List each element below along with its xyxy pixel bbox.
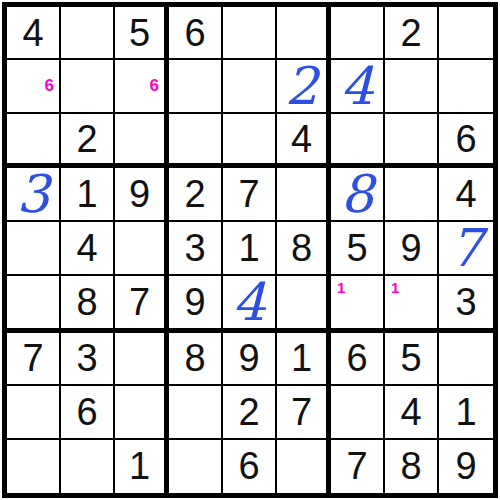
cell-r5c7[interactable]: 5	[331, 222, 385, 276]
cell-r1c3[interactable]: 5	[115, 7, 169, 60]
given-digit: 7	[238, 175, 259, 213]
given-digit: 6	[76, 393, 97, 431]
cell-r9c1[interactable]	[7, 440, 61, 493]
cell-r4c5[interactable]: 7	[223, 168, 277, 222]
cell-r3c1[interactable]	[7, 114, 61, 167]
cell-r2c8[interactable]	[385, 60, 439, 114]
given-digit: 1	[455, 393, 476, 431]
cell-r7c9[interactable]	[439, 333, 493, 386]
cell-r7c4[interactable]: 8	[169, 333, 223, 386]
cell-r1c9[interactable]	[439, 7, 493, 60]
cell-r1c1[interactable]: 4	[7, 7, 61, 60]
given-digit: 8	[291, 229, 312, 267]
cell-r9c3[interactable]: 1	[115, 440, 169, 493]
cell-r3c7[interactable]	[331, 114, 385, 167]
cell-r3c2[interactable]: 2	[61, 114, 115, 167]
cell-r9c9[interactable]: 9	[439, 440, 493, 493]
cell-r1c6[interactable]	[277, 7, 331, 60]
cell-r1c8[interactable]: 2	[385, 7, 439, 60]
cell-r5c1[interactable]	[7, 222, 61, 276]
cell-r8c5[interactable]: 2	[223, 386, 277, 439]
cell-r1c2[interactable]	[61, 7, 115, 60]
cell-r6c5[interactable]: 4	[223, 276, 277, 333]
given-digit: 8	[400, 447, 421, 485]
cell-r9c8[interactable]: 8	[385, 440, 439, 493]
given-digit: 2	[184, 175, 205, 213]
cell-r6c1[interactable]	[7, 276, 61, 333]
given-digit: 4	[400, 393, 421, 431]
cell-r9c6[interactable]	[277, 440, 331, 493]
entry-digit: 2	[285, 60, 318, 112]
cell-r2c2[interactable]	[61, 60, 115, 114]
cell-r3c4[interactable]	[169, 114, 223, 167]
cell-r5c8[interactable]: 9	[385, 222, 439, 276]
given-digit: 7	[291, 393, 312, 431]
given-digit: 7	[22, 339, 43, 377]
entry-digit: 4	[232, 276, 265, 328]
cell-r4c8[interactable]	[385, 168, 439, 222]
given-digit: 8	[184, 339, 205, 377]
cell-r4c1[interactable]: 3	[7, 168, 61, 222]
given-digit: 9	[238, 339, 259, 377]
cell-r6c3[interactable]: 7	[115, 276, 169, 333]
cell-r5c6[interactable]: 8	[277, 222, 331, 276]
cell-r1c4[interactable]: 6	[169, 7, 223, 60]
cell-r4c2[interactable]: 1	[61, 168, 115, 222]
given-digit: 4	[455, 175, 476, 213]
cell-r2c5[interactable]	[223, 60, 277, 114]
pencil-mark: 6	[150, 78, 159, 95]
cell-r5c4[interactable]: 3	[169, 222, 223, 276]
given-digit: 1	[129, 447, 150, 485]
given-digit: 6	[346, 339, 367, 377]
cell-r4c9[interactable]: 4	[439, 168, 493, 222]
cell-r8c7[interactable]	[331, 386, 385, 439]
cell-r7c3[interactable]	[115, 333, 169, 386]
cell-r7c5[interactable]: 9	[223, 333, 277, 386]
entry-digit: 8	[340, 168, 373, 220]
cell-r6c4[interactable]: 9	[169, 276, 223, 333]
given-digit: 6	[455, 120, 476, 158]
given-digit: 7	[346, 447, 367, 485]
given-digit: 1	[238, 229, 259, 267]
cell-r6c8[interactable]: 1	[385, 276, 439, 333]
given-digit: 9	[129, 175, 150, 213]
cell-r4c7[interactable]: 8	[331, 168, 385, 222]
cell-r8c6[interactable]: 7	[277, 386, 331, 439]
cell-r2c1[interactable]: 6	[7, 60, 61, 114]
cell-r2c3[interactable]: 6	[115, 60, 169, 114]
cell-r6c2[interactable]: 8	[61, 276, 115, 333]
given-digit: 9	[455, 447, 476, 485]
given-digit: 2	[76, 120, 97, 158]
cell-r6c9[interactable]: 3	[439, 276, 493, 333]
cell-r7c8[interactable]: 5	[385, 333, 439, 386]
cell-r7c7[interactable]: 6	[331, 333, 385, 386]
entry-digit: 4	[340, 60, 373, 112]
given-digit: 9	[184, 283, 205, 321]
given-digit: 7	[129, 283, 150, 321]
cell-r8c4[interactable]	[169, 386, 223, 439]
cell-r6c6[interactable]	[277, 276, 331, 333]
cell-r9c7[interactable]: 7	[331, 440, 385, 493]
entry-digit: 3	[16, 168, 49, 220]
cell-r3c9[interactable]: 6	[439, 114, 493, 167]
pencil-mark: 6	[45, 78, 54, 95]
given-digit: 3	[455, 283, 476, 321]
cell-r1c5[interactable]	[223, 7, 277, 60]
cell-r6c7[interactable]: 1	[331, 276, 385, 333]
cell-r2c4[interactable]	[169, 60, 223, 114]
cell-r2c9[interactable]	[439, 60, 493, 114]
given-digit: 5	[129, 14, 150, 52]
cell-r9c2[interactable]	[61, 440, 115, 493]
cell-r7c6[interactable]: 1	[277, 333, 331, 386]
cell-r5c5[interactable]: 1	[223, 222, 277, 276]
cell-r3c8[interactable]	[385, 114, 439, 167]
given-digit: 3	[184, 229, 205, 267]
cell-r3c6[interactable]: 4	[277, 114, 331, 167]
given-digit: 4	[291, 120, 312, 158]
given-digit: 6	[184, 14, 205, 52]
given-digit: 1	[291, 339, 312, 377]
cell-r9c5[interactable]: 6	[223, 440, 277, 493]
given-digit: 2	[238, 393, 259, 431]
given-digit: 2	[400, 14, 421, 52]
given-digit: 5	[346, 229, 367, 267]
cell-r4c6[interactable]	[277, 168, 331, 222]
cell-r8c3[interactable]	[115, 386, 169, 439]
given-digit: 1	[76, 175, 97, 213]
pencil-mark: 1	[391, 280, 399, 295]
pencil-mark: 1	[337, 280, 345, 295]
sudoku-board: 4 5 6 2 6 6 2 4 2 4 6 3 1 9 2 7 8	[2, 2, 498, 498]
cell-r3c3[interactable]	[115, 114, 169, 167]
cell-r2c6[interactable]: 2	[277, 60, 331, 114]
cell-r8c2[interactable]: 6	[61, 386, 115, 439]
cell-r3c5[interactable]	[223, 114, 277, 167]
cell-r5c9[interactable]: 7	[439, 222, 493, 276]
given-digit: 8	[76, 283, 97, 321]
cell-r8c1[interactable]	[7, 386, 61, 439]
given-digit: 5	[400, 339, 421, 377]
cell-r5c2[interactable]: 4	[61, 222, 115, 276]
given-digit: 4	[22, 14, 43, 52]
given-digit: 9	[400, 229, 421, 267]
cell-r2c7[interactable]: 4	[331, 60, 385, 114]
given-digit: 3	[76, 339, 97, 377]
cell-r7c2[interactable]: 3	[61, 333, 115, 386]
given-digit: 4	[76, 229, 97, 267]
cell-r4c3[interactable]: 9	[115, 168, 169, 222]
given-digit: 6	[238, 447, 259, 485]
cell-r4c4[interactable]: 2	[169, 168, 223, 222]
cell-r8c8[interactable]: 4	[385, 386, 439, 439]
cell-r8c9[interactable]: 1	[439, 386, 493, 439]
cell-r1c7[interactable]	[331, 7, 385, 60]
cell-r7c1[interactable]: 7	[7, 333, 61, 386]
cell-r5c3[interactable]	[115, 222, 169, 276]
sudoku-app: 4 5 6 2 6 6 2 4 2 4 6 3 1 9 2 7 8	[0, 0, 500, 500]
entry-digit: 7	[449, 222, 482, 274]
cell-r9c4[interactable]	[169, 440, 223, 493]
